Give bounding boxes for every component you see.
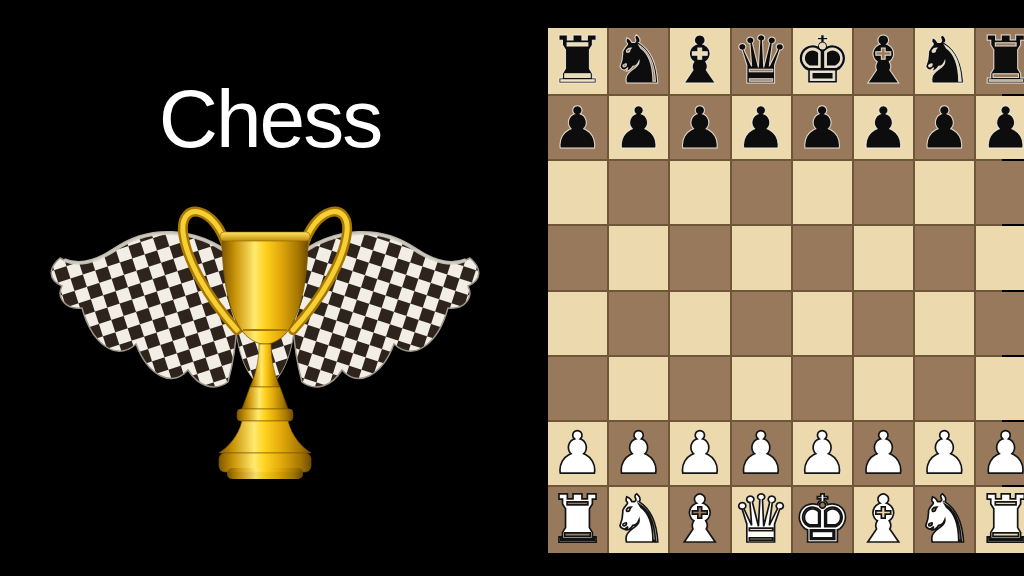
piece-black-pawn: ♟ bbox=[552, 99, 604, 157]
trophy-image bbox=[30, 196, 495, 488]
square-g1[interactable]: ♞ bbox=[915, 487, 974, 553]
piece-white-pawn: ♟ bbox=[674, 424, 726, 482]
square-d7[interactable]: ♟ bbox=[732, 96, 791, 159]
square-a5[interactable] bbox=[548, 226, 607, 289]
square-h8[interactable]: ♜ bbox=[976, 28, 1024, 94]
square-c5[interactable] bbox=[670, 226, 729, 289]
square-f3[interactable] bbox=[854, 357, 913, 420]
piece-white-rook: ♜ bbox=[548, 487, 607, 553]
square-c4[interactable] bbox=[670, 292, 729, 355]
square-f6[interactable] bbox=[854, 161, 913, 224]
piece-black-rook: ♜ bbox=[548, 28, 607, 94]
piece-black-bishop: ♝ bbox=[670, 28, 729, 94]
square-c2[interactable]: ♟ bbox=[670, 422, 729, 485]
piece-white-pawn: ♟ bbox=[919, 424, 971, 482]
checkered-flag-right-icon bbox=[292, 233, 478, 387]
square-f5[interactable] bbox=[854, 226, 913, 289]
square-d2[interactable]: ♟ bbox=[732, 422, 791, 485]
square-b4[interactable] bbox=[609, 292, 668, 355]
square-d3[interactable] bbox=[732, 357, 791, 420]
square-e2[interactable]: ♟ bbox=[793, 422, 852, 485]
piece-black-pawn: ♟ bbox=[674, 99, 726, 157]
square-b6[interactable] bbox=[609, 161, 668, 224]
square-g5[interactable] bbox=[915, 226, 974, 289]
square-f2[interactable]: ♟ bbox=[854, 422, 913, 485]
piece-white-pawn: ♟ bbox=[980, 424, 1024, 482]
square-b1[interactable]: ♞ bbox=[609, 487, 668, 553]
square-b7[interactable]: ♟ bbox=[609, 96, 668, 159]
square-a7[interactable]: ♟ bbox=[548, 96, 607, 159]
square-d4[interactable] bbox=[732, 292, 791, 355]
square-a6[interactable] bbox=[548, 161, 607, 224]
square-h6[interactable] bbox=[976, 161, 1024, 224]
piece-white-king: ♚ bbox=[793, 487, 852, 553]
piece-black-pawn: ♟ bbox=[796, 99, 848, 157]
piece-black-rook: ♜ bbox=[976, 28, 1024, 94]
piece-white-pawn: ♟ bbox=[735, 424, 787, 482]
piece-white-pawn: ♟ bbox=[552, 424, 604, 482]
square-a4[interactable] bbox=[548, 292, 607, 355]
square-e5[interactable] bbox=[793, 226, 852, 289]
square-c1[interactable]: ♝ bbox=[670, 487, 729, 553]
square-h7[interactable]: ♟ bbox=[976, 96, 1024, 159]
square-f7[interactable]: ♟ bbox=[854, 96, 913, 159]
square-a2[interactable]: ♟ bbox=[548, 422, 607, 485]
piece-white-pawn: ♟ bbox=[857, 424, 909, 482]
square-h1[interactable]: ♜ bbox=[976, 487, 1024, 553]
piece-black-pawn: ♟ bbox=[857, 99, 909, 157]
piece-black-knight: ♞ bbox=[915, 28, 974, 94]
chess-board[interactable]: ♜♞♝♛♚♝♞♜♟♟♟♟♟♟♟♟♟♟♟♟♟♟♟♟♜♞♝♛♚♝♞♜ bbox=[548, 28, 1002, 553]
square-e8[interactable]: ♚ bbox=[793, 28, 852, 94]
square-d6[interactable] bbox=[732, 161, 791, 224]
square-g3[interactable] bbox=[915, 357, 974, 420]
square-c8[interactable]: ♝ bbox=[670, 28, 729, 94]
square-d5[interactable] bbox=[732, 226, 791, 289]
square-h5[interactable] bbox=[976, 226, 1024, 289]
piece-black-bishop: ♝ bbox=[854, 28, 913, 94]
piece-black-knight: ♞ bbox=[609, 28, 668, 94]
square-c6[interactable] bbox=[670, 161, 729, 224]
piece-black-queen: ♛ bbox=[732, 28, 791, 94]
piece-white-bishop: ♝ bbox=[670, 487, 729, 553]
square-f4[interactable] bbox=[854, 292, 913, 355]
square-b2[interactable]: ♟ bbox=[609, 422, 668, 485]
square-e7[interactable]: ♟ bbox=[793, 96, 852, 159]
square-b5[interactable] bbox=[609, 226, 668, 289]
piece-white-knight: ♞ bbox=[609, 487, 668, 553]
piece-white-pawn: ♟ bbox=[613, 424, 665, 482]
square-g7[interactable]: ♟ bbox=[915, 96, 974, 159]
square-f1[interactable]: ♝ bbox=[854, 487, 913, 553]
piece-white-queen: ♛ bbox=[732, 487, 791, 553]
square-d8[interactable]: ♛ bbox=[732, 28, 791, 94]
square-g8[interactable]: ♞ bbox=[915, 28, 974, 94]
piece-white-rook: ♜ bbox=[976, 487, 1024, 553]
square-g4[interactable] bbox=[915, 292, 974, 355]
square-g2[interactable]: ♟ bbox=[915, 422, 974, 485]
square-d1[interactable]: ♛ bbox=[732, 487, 791, 553]
square-b3[interactable] bbox=[609, 357, 668, 420]
square-e1[interactable]: ♚ bbox=[793, 487, 852, 553]
square-c3[interactable] bbox=[670, 357, 729, 420]
piece-black-pawn: ♟ bbox=[735, 99, 787, 157]
checkered-flag-left-icon bbox=[51, 233, 237, 387]
piece-white-pawn: ♟ bbox=[796, 424, 848, 482]
piece-white-knight: ♞ bbox=[915, 487, 974, 553]
square-e4[interactable] bbox=[793, 292, 852, 355]
square-h4[interactable] bbox=[976, 292, 1024, 355]
square-f8[interactable]: ♝ bbox=[854, 28, 913, 94]
square-h2[interactable]: ♟ bbox=[976, 422, 1024, 485]
square-h3[interactable] bbox=[976, 357, 1024, 420]
piece-black-pawn: ♟ bbox=[980, 99, 1024, 157]
piece-black-pawn: ♟ bbox=[919, 99, 971, 157]
square-c7[interactable]: ♟ bbox=[670, 96, 729, 159]
square-e6[interactable] bbox=[793, 161, 852, 224]
piece-black-king: ♚ bbox=[793, 28, 852, 94]
square-a3[interactable] bbox=[548, 357, 607, 420]
square-e3[interactable] bbox=[793, 357, 852, 420]
square-b8[interactable]: ♞ bbox=[609, 28, 668, 94]
square-g6[interactable] bbox=[915, 161, 974, 224]
piece-black-pawn: ♟ bbox=[613, 99, 665, 157]
piece-white-bishop: ♝ bbox=[854, 487, 913, 553]
square-a1[interactable]: ♜ bbox=[548, 487, 607, 553]
page-title: Chess bbox=[90, 78, 450, 160]
square-a8[interactable]: ♜ bbox=[548, 28, 607, 94]
